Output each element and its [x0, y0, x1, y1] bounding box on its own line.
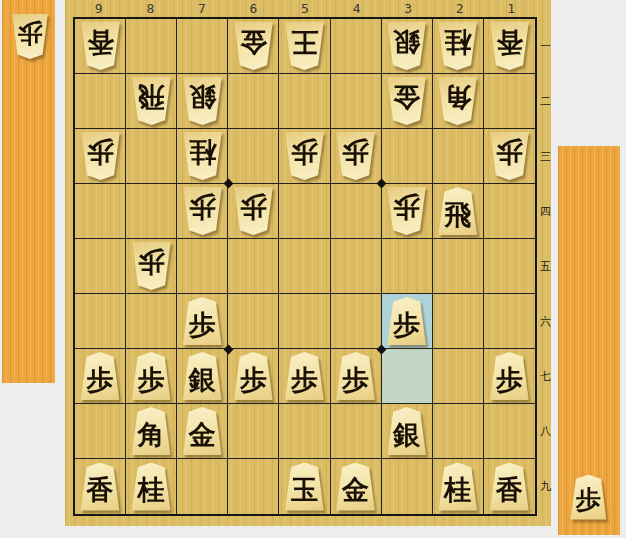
- piece-glyph: 歩: [496, 360, 523, 393]
- piece-glyph: 歩: [342, 360, 369, 393]
- file-label-4: 4: [331, 1, 383, 16]
- square-5八[interactable]: [279, 404, 330, 459]
- square-8六[interactable]: [126, 294, 177, 349]
- gote-piece-歩[interactable]: 歩: [177, 184, 227, 238]
- square-8八[interactable]: 角: [126, 404, 177, 459]
- gote-piece-金[interactable]: 金: [382, 74, 432, 128]
- piece-glyph: 桂: [444, 30, 471, 63]
- piece-glyph: 歩: [87, 140, 114, 173]
- sente-piece-香[interactable]: 香: [75, 459, 125, 514]
- file-label-2: 2: [434, 1, 486, 16]
- piece-glyph: 歩: [240, 195, 267, 228]
- gote-piece-歩[interactable]: 歩: [228, 184, 278, 238]
- square-4四[interactable]: [331, 184, 382, 239]
- square-7三[interactable]: 桂: [177, 129, 228, 184]
- square-4九[interactable]: 金: [331, 459, 382, 514]
- rank-label-九: 九: [539, 459, 552, 514]
- file-label-7: 7: [176, 1, 228, 16]
- rank-label-八: 八: [539, 404, 552, 459]
- square-5一[interactable]: 王: [279, 19, 330, 74]
- square-8四[interactable]: [126, 184, 177, 239]
- square-9八[interactable]: [75, 404, 126, 459]
- square-4五[interactable]: [331, 239, 382, 294]
- square-2六[interactable]: [433, 294, 484, 349]
- square-7二[interactable]: 銀: [177, 74, 228, 129]
- piece-glyph: 香: [496, 470, 523, 503]
- gote-piece-銀[interactable]: 銀: [177, 74, 227, 128]
- square-4三[interactable]: 歩: [331, 129, 382, 184]
- square-9七[interactable]: 歩: [75, 349, 126, 404]
- square-6七[interactable]: 歩: [228, 349, 279, 404]
- square-8二[interactable]: 飛: [126, 74, 177, 129]
- piece-glyph: 歩: [240, 360, 267, 393]
- square-9二[interactable]: [75, 74, 126, 129]
- rank-label-二: 二: [539, 74, 552, 129]
- square-2九[interactable]: 桂: [433, 459, 484, 514]
- file-label-1: 1: [485, 1, 537, 16]
- square-6三[interactable]: [228, 129, 279, 184]
- sente-piece-歩[interactable]: 歩: [75, 349, 125, 403]
- sente-piece-歩[interactable]: 歩: [279, 349, 329, 403]
- shogi-board[interactable]: 香金王銀桂香飛銀金角歩桂歩歩歩歩歩歩飛歩歩歩歩歩銀歩歩歩歩角金銀香桂玉金桂香: [73, 17, 537, 516]
- gote-piece-歩[interactable]: 歩: [382, 184, 432, 238]
- piece-glyph: 歩: [189, 305, 216, 338]
- piece-glyph: 玉: [291, 470, 318, 503]
- rank-label-四: 四: [539, 184, 552, 239]
- square-5四[interactable]: [279, 184, 330, 239]
- gote-piece-銀[interactable]: 銀: [382, 19, 432, 73]
- square-1九[interactable]: 香: [484, 459, 535, 514]
- piece-glyph: 飛: [138, 85, 165, 118]
- gote-piece-角[interactable]: 角: [433, 74, 483, 128]
- rank-label-五: 五: [539, 239, 552, 294]
- piece-glyph: 金: [393, 85, 420, 118]
- piece-glyph: 銀: [189, 85, 216, 118]
- sente-piece-香[interactable]: 香: [484, 459, 535, 514]
- piece-glyph: 歩: [342, 140, 369, 173]
- square-3六[interactable]: 歩: [382, 294, 433, 349]
- square-8三[interactable]: [126, 129, 177, 184]
- square-6四[interactable]: 歩: [228, 184, 279, 239]
- square-9九[interactable]: 香: [75, 459, 126, 514]
- square-5九[interactable]: 玉: [279, 459, 330, 514]
- sente-piece-桂[interactable]: 桂: [126, 459, 176, 514]
- square-4二[interactable]: [331, 74, 382, 129]
- gote-captured-stand: 歩: [2, 0, 55, 383]
- square-6五[interactable]: [228, 239, 279, 294]
- square-1五[interactable]: [484, 239, 535, 294]
- gote-piece-歩[interactable]: 歩: [484, 129, 535, 183]
- gote-piece-桂[interactable]: 桂: [177, 129, 227, 183]
- piece-glyph: 桂: [138, 470, 165, 503]
- piece-glyph: 歩: [291, 140, 318, 173]
- piece-glyph: 飛: [444, 195, 471, 228]
- gote-piece-歩[interactable]: 歩: [126, 239, 176, 293]
- square-9三[interactable]: 歩: [75, 129, 126, 184]
- sente-hand-piece-歩[interactable]: 歩: [568, 473, 609, 521]
- square-1一[interactable]: 香: [484, 19, 535, 74]
- sente-piece-歩[interactable]: 歩: [228, 349, 278, 403]
- square-8一[interactable]: [126, 19, 177, 74]
- square-7四[interactable]: 歩: [177, 184, 228, 239]
- square-8九[interactable]: 桂: [126, 459, 177, 514]
- piece-glyph: 歩: [17, 21, 42, 51]
- square-5三[interactable]: 歩: [279, 129, 330, 184]
- piece-glyph: 桂: [189, 140, 216, 173]
- file-label-3: 3: [382, 1, 434, 16]
- piece-glyph: 歩: [138, 360, 165, 393]
- piece-glyph: 王: [291, 30, 318, 63]
- sente-piece-金[interactable]: 金: [331, 459, 381, 514]
- square-9一[interactable]: 香: [75, 19, 126, 74]
- piece-glyph: 金: [342, 470, 369, 503]
- square-7九[interactable]: [177, 459, 228, 514]
- gote-piece-歩[interactable]: 歩: [279, 129, 329, 183]
- square-1三[interactable]: 歩: [484, 129, 535, 184]
- piece-glyph: 金: [240, 30, 267, 63]
- gote-piece-王[interactable]: 王: [279, 19, 329, 73]
- square-5六[interactable]: [279, 294, 330, 349]
- piece-glyph: 歩: [189, 195, 216, 228]
- piece-glyph: 歩: [496, 140, 523, 173]
- sente-piece-銀[interactable]: 銀: [382, 404, 432, 458]
- square-8五[interactable]: 歩: [126, 239, 177, 294]
- square-3九[interactable]: [382, 459, 433, 514]
- gote-piece-金[interactable]: 金: [228, 19, 278, 73]
- square-2五[interactable]: [433, 239, 484, 294]
- gote-piece-飛[interactable]: 飛: [126, 74, 176, 128]
- piece-glyph: 角: [444, 85, 471, 118]
- shogi-board-panel: 987654321 香金王銀桂香飛銀金角歩桂歩歩歩歩歩歩飛歩歩歩歩歩銀歩歩歩歩角…: [65, 0, 551, 526]
- file-labels: 987654321: [73, 1, 537, 16]
- piece-glyph: 香: [87, 30, 114, 63]
- piece-glyph: 歩: [576, 482, 601, 512]
- piece-glyph: 銀: [393, 415, 420, 448]
- square-4七[interactable]: 歩: [331, 349, 382, 404]
- square-7六[interactable]: 歩: [177, 294, 228, 349]
- square-1八[interactable]: [484, 404, 535, 459]
- rank-label-三: 三: [539, 129, 552, 184]
- piece-glyph: 香: [496, 30, 523, 63]
- file-label-9: 9: [73, 1, 125, 16]
- piece-glyph: 歩: [87, 360, 114, 393]
- sente-piece-角[interactable]: 角: [126, 404, 176, 458]
- square-7一[interactable]: [177, 19, 228, 74]
- square-6一[interactable]: 金: [228, 19, 279, 74]
- gote-hand-piece-歩[interactable]: 歩: [9, 12, 50, 60]
- piece-glyph: 桂: [444, 470, 471, 503]
- sente-piece-歩[interactable]: 歩: [331, 349, 381, 403]
- square-2二[interactable]: 角: [433, 74, 484, 129]
- square-1七[interactable]: 歩: [484, 349, 535, 404]
- sente-piece-歩[interactable]: 歩: [382, 294, 432, 348]
- square-6八[interactable]: [228, 404, 279, 459]
- square-1二[interactable]: [484, 74, 535, 129]
- sente-piece-金[interactable]: 金: [177, 404, 227, 458]
- square-3一[interactable]: 銀: [382, 19, 433, 74]
- piece-glyph: 歩: [393, 195, 420, 228]
- square-7八[interactable]: 金: [177, 404, 228, 459]
- square-3五[interactable]: [382, 239, 433, 294]
- gote-piece-香[interactable]: 香: [484, 19, 535, 73]
- piece-glyph: 金: [189, 415, 216, 448]
- gote-piece-歩[interactable]: 歩: [331, 129, 381, 183]
- square-6九[interactable]: [228, 459, 279, 514]
- gote-piece-桂[interactable]: 桂: [433, 19, 483, 73]
- square-6二[interactable]: [228, 74, 279, 129]
- square-5七[interactable]: 歩: [279, 349, 330, 404]
- square-5五[interactable]: [279, 239, 330, 294]
- gote-piece-歩[interactable]: 歩: [75, 129, 125, 183]
- square-3二[interactable]: 金: [382, 74, 433, 129]
- square-3四[interactable]: 歩: [382, 184, 433, 239]
- sente-piece-歩[interactable]: 歩: [126, 349, 176, 403]
- square-1六[interactable]: [484, 294, 535, 349]
- sente-piece-玉[interactable]: 玉: [279, 459, 329, 514]
- square-2八[interactable]: [433, 404, 484, 459]
- rank-labels: 一二三四五六七八九: [539, 19, 552, 514]
- rank-label-六: 六: [539, 294, 552, 349]
- square-3三[interactable]: [382, 129, 433, 184]
- gote-piece-香[interactable]: 香: [75, 19, 125, 73]
- square-2一[interactable]: 桂: [433, 19, 484, 74]
- sente-piece-歩[interactable]: 歩: [484, 349, 535, 403]
- square-6六[interactable]: [228, 294, 279, 349]
- square-7七[interactable]: 銀: [177, 349, 228, 404]
- square-4八[interactable]: [331, 404, 382, 459]
- file-label-8: 8: [125, 1, 177, 16]
- square-3七[interactable]: [382, 349, 433, 404]
- square-5二[interactable]: [279, 74, 330, 129]
- piece-glyph: 歩: [138, 250, 165, 283]
- square-9四[interactable]: [75, 184, 126, 239]
- square-9六[interactable]: [75, 294, 126, 349]
- piece-glyph: 角: [138, 415, 165, 448]
- piece-glyph: 香: [87, 470, 114, 503]
- rank-label-一: 一: [539, 19, 552, 74]
- square-2四[interactable]: 飛: [433, 184, 484, 239]
- sente-captured-stand: 歩: [558, 146, 620, 535]
- square-9五[interactable]: [75, 239, 126, 294]
- square-4一[interactable]: [331, 19, 382, 74]
- sente-piece-飛[interactable]: 飛: [433, 184, 483, 238]
- piece-glyph: 銀: [393, 30, 420, 63]
- square-7五[interactable]: [177, 239, 228, 294]
- sente-piece-桂[interactable]: 桂: [433, 459, 483, 514]
- square-3八[interactable]: 銀: [382, 404, 433, 459]
- square-2三[interactable]: [433, 129, 484, 184]
- file-label-5: 5: [279, 1, 331, 16]
- square-1四[interactable]: [484, 184, 535, 239]
- piece-glyph: 歩: [291, 360, 318, 393]
- sente-piece-銀[interactable]: 銀: [177, 349, 227, 403]
- square-8七[interactable]: 歩: [126, 349, 177, 404]
- file-label-6: 6: [228, 1, 280, 16]
- piece-glyph: 銀: [189, 360, 216, 393]
- rank-label-七: 七: [539, 349, 552, 404]
- square-4六[interactable]: [331, 294, 382, 349]
- sente-piece-歩[interactable]: 歩: [177, 294, 227, 348]
- square-2七[interactable]: [433, 349, 484, 404]
- piece-glyph: 歩: [393, 305, 420, 338]
